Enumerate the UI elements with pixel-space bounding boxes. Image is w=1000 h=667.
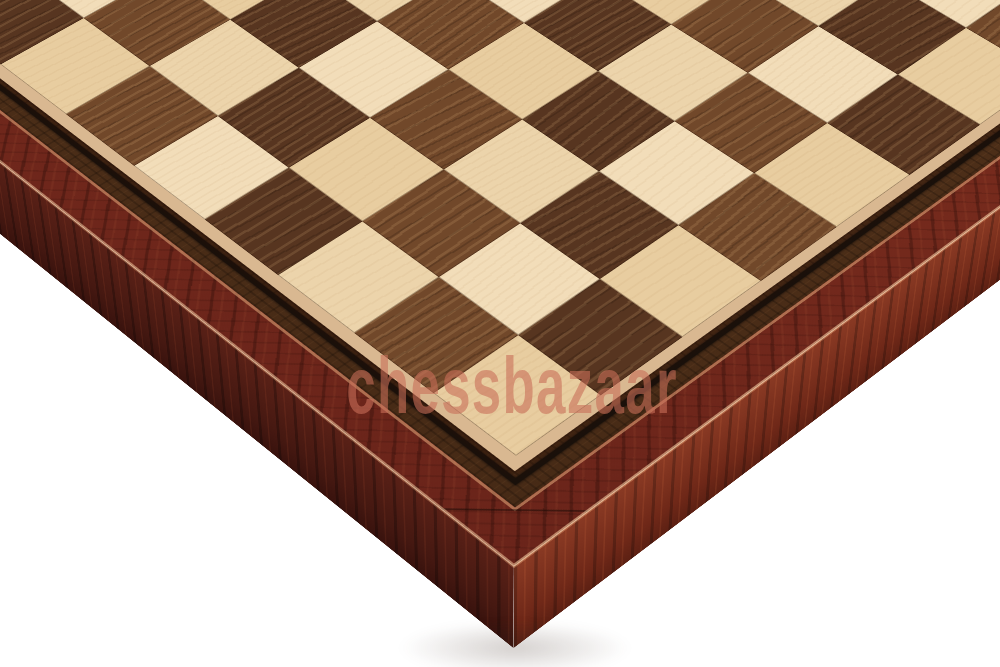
ground-shadow bbox=[395, 620, 635, 667]
chess-board bbox=[0, 0, 1000, 566]
board-scene bbox=[0, 0, 1000, 667]
product-photo: chessbazaar bbox=[0, 0, 1000, 667]
